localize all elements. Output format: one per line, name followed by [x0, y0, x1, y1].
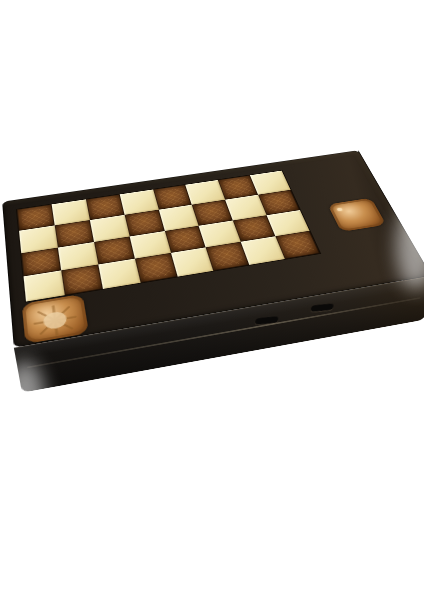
soft-focus-overlay [4, 360, 46, 450]
board-square-light [98, 259, 140, 289]
board-square-dark [61, 265, 103, 296]
corner-protector-right [328, 198, 387, 232]
soft-focus-overlay [40, 438, 260, 478]
product-photo-scene [0, 0, 424, 600]
front-latch-right [310, 303, 334, 312]
rivet-icon [337, 208, 343, 212]
board [17, 171, 320, 302]
chess-case [6, 171, 424, 370]
board-square-dark [135, 253, 178, 283]
